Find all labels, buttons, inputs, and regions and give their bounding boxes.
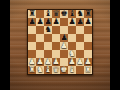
square-f6[interactable]: [68, 26, 76, 34]
square-f1[interactable]: ♝: [68, 66, 76, 74]
square-d7[interactable]: ♟: [52, 18, 60, 26]
square-g6[interactable]: [76, 26, 84, 34]
square-h6[interactable]: [84, 26, 92, 34]
square-g4[interactable]: [76, 42, 84, 50]
piece-white-pawn-g2[interactable]: ♟: [76, 58, 83, 66]
piece-white-rook-h1[interactable]: ♜: [84, 66, 91, 74]
square-g5[interactable]: [76, 34, 84, 42]
square-e7[interactable]: [60, 18, 68, 26]
square-d6[interactable]: [52, 26, 60, 34]
chess-app-window: ♜♝♛♚♝♞♜♟♟♟♟♟♟♟♞♟♟♞♟♟♟♟♟♟♟♜♞♝♛♚♝♜: [0, 0, 120, 90]
square-h7[interactable]: ♟: [84, 18, 92, 26]
square-d4[interactable]: [52, 42, 60, 50]
square-a6[interactable]: [28, 26, 36, 34]
square-c6[interactable]: ♞: [44, 26, 52, 34]
piece-black-knight-c6[interactable]: ♞: [44, 26, 51, 34]
square-h1[interactable]: ♜: [84, 66, 92, 74]
square-e1[interactable]: ♚: [60, 66, 68, 74]
square-e4[interactable]: ♟: [60, 42, 68, 50]
square-b4[interactable]: [36, 42, 44, 50]
letterbox-bar-right: [110, 0, 120, 90]
piece-black-pawn-b7[interactable]: ♟: [36, 18, 43, 26]
piece-white-king-e1[interactable]: ♚: [60, 66, 67, 74]
square-f5[interactable]: [68, 34, 76, 42]
piece-black-pawn-d7[interactable]: ♟: [52, 18, 59, 26]
square-c4[interactable]: [44, 42, 52, 50]
piece-white-bishop-c1[interactable]: ♝: [44, 66, 51, 74]
square-h4[interactable]: [84, 42, 92, 50]
square-b1[interactable]: ♞: [36, 66, 44, 74]
square-c1[interactable]: ♝: [44, 66, 52, 74]
square-a4[interactable]: [28, 42, 36, 50]
square-g1[interactable]: [76, 66, 84, 74]
piece-black-pawn-a7[interactable]: ♟: [28, 18, 35, 26]
piece-black-pawn-h7[interactable]: ♟: [84, 18, 91, 26]
chess-board-frame: ♜♝♛♚♝♞♜♟♟♟♟♟♟♟♞♟♟♞♟♟♟♟♟♟♟♜♞♝♛♚♝♜: [27, 9, 93, 75]
square-b6[interactable]: [36, 26, 44, 34]
square-b7[interactable]: ♟: [36, 18, 44, 26]
square-a5[interactable]: [28, 34, 36, 42]
piece-white-bishop-f1[interactable]: ♝: [68, 66, 75, 74]
square-e8[interactable]: ♚: [60, 10, 68, 18]
square-h5[interactable]: [84, 34, 92, 42]
piece-black-king-e8[interactable]: ♚: [60, 10, 67, 18]
square-g7[interactable]: ♟: [76, 18, 84, 26]
square-f7[interactable]: ♟: [68, 18, 76, 26]
letterbox-bar-left: [0, 0, 10, 90]
piece-white-pawn-e4[interactable]: ♟: [60, 42, 67, 50]
piece-black-pawn-f7[interactable]: ♟: [68, 18, 75, 26]
square-g2[interactable]: ♟: [76, 58, 84, 66]
square-d1[interactable]: ♛: [52, 66, 60, 74]
piece-white-queen-d1[interactable]: ♛: [52, 66, 59, 74]
square-b5[interactable]: [36, 34, 44, 42]
square-d5[interactable]: [52, 34, 60, 42]
square-c5[interactable]: [44, 34, 52, 42]
square-a7[interactable]: ♟: [28, 18, 36, 26]
piece-white-rook-a1[interactable]: ♜: [28, 66, 35, 74]
piece-white-knight-b1[interactable]: ♞: [36, 66, 43, 74]
square-e3[interactable]: [60, 50, 68, 58]
chess-board[interactable]: ♜♝♛♚♝♞♜♟♟♟♟♟♟♟♞♟♟♞♟♟♟♟♟♟♟♜♞♝♛♚♝♜: [28, 10, 92, 74]
piece-black-pawn-g7[interactable]: ♟: [76, 18, 83, 26]
square-a1[interactable]: ♜: [28, 66, 36, 74]
